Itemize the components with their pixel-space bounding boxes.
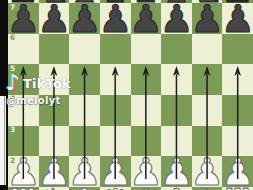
square-h7[interactable]: ♟ [222,3,253,34]
piece-white-p-h2[interactable]: ♟ [221,153,253,190]
square-e7[interactable]: ♟ [131,3,162,34]
square-h2[interactable]: ♟ [222,156,253,187]
square-d4[interactable] [100,95,131,126]
square-d7[interactable]: ♟ [100,3,131,34]
square-b6[interactable] [39,34,70,65]
piece-black-p-b7[interactable]: ♟ [37,0,71,38]
square-f2[interactable]: ♟ [161,156,192,187]
square-g1[interactable]: ♞ [192,187,223,190]
square-f1[interactable]: ♝ [161,187,192,190]
square-e4[interactable] [131,95,162,126]
square-d1[interactable]: ♛ [100,187,131,190]
square-c3[interactable] [69,126,100,157]
square-c5[interactable] [69,64,100,95]
square-e1[interactable]: ♚ [131,187,162,190]
piece-black-p-g7[interactable]: ♟ [190,0,224,38]
piece-black-p-c7[interactable]: ♟ [68,0,102,38]
square-a3[interactable]: 3 [8,126,39,157]
square-b3[interactable] [39,126,70,157]
square-f4[interactable] [161,95,192,126]
square-g7[interactable]: ♟ [192,3,223,34]
piece-black-p-d7[interactable]: ♟ [98,0,132,38]
square-f5[interactable] [161,64,192,95]
square-b2[interactable]: ♟ [39,156,70,187]
piece-black-p-e7[interactable]: ♟ [129,0,163,38]
piece-black-p-h7[interactable]: ♟ [221,0,253,38]
square-h6[interactable] [222,34,253,65]
square-a1[interactable]: ♜ [8,187,39,190]
square-c1[interactable]: ♝ [69,187,100,190]
piece-black-p-f7[interactable]: ♟ [159,0,193,38]
square-f6[interactable] [161,34,192,65]
square-g2[interactable]: ♟ [192,156,223,187]
square-e2[interactable]: ♟ [131,156,162,187]
tiktok-watermark: ♪ TikTok @melolyt [6,72,71,106]
piece-white-p-f2[interactable]: ♟ [159,153,193,190]
square-a2[interactable]: 2♟ [8,156,39,187]
square-b1[interactable]: ♞ [39,187,70,190]
square-d6[interactable] [100,34,131,65]
square-g5[interactable] [192,64,223,95]
piece-white-p-b2[interactable]: ♟ [37,153,71,190]
piece-white-p-g2[interactable]: ♟ [190,153,224,190]
square-g3[interactable] [192,126,223,157]
rank-label-6: 6 [10,34,15,42]
square-e5[interactable] [131,64,162,95]
square-c2[interactable]: ♟ [69,156,100,187]
tiktok-note-icon: ♪ [6,72,20,94]
square-h4[interactable] [222,95,253,126]
square-c7[interactable]: ♟ [69,3,100,34]
piece-white-p-c2[interactable]: ♟ [68,153,102,190]
square-e6[interactable] [131,34,162,65]
square-d2[interactable]: ♟ [100,156,131,187]
rank-label-2: 2 [10,157,15,165]
piece-white-p-d2[interactable]: ♟ [98,153,132,190]
tiktok-app-name: TikTok [23,76,71,91]
square-c6[interactable] [69,34,100,65]
square-b7[interactable]: ♟ [39,3,70,34]
square-a7[interactable]: 7♟ [8,3,39,34]
square-h3[interactable] [222,126,253,157]
video-frame: ♜♞♝♛♚♝♞♜7♟♟♟♟♟♟♟♟65432♟♟♟♟♟♟♟♟♜♞♝♛♚♝♞♜ ♪… [0,0,253,190]
rank-label-7: 7 [10,4,15,12]
square-c4[interactable] [69,95,100,126]
square-f7[interactable]: ♟ [161,3,192,34]
square-e3[interactable] [131,126,162,157]
square-g4[interactable] [192,95,223,126]
square-d5[interactable] [100,64,131,95]
rank-label-3: 3 [10,126,15,134]
square-h1[interactable]: ♜ [222,187,253,190]
square-h5[interactable] [222,64,253,95]
piece-white-p-e2[interactable]: ♟ [129,153,163,190]
page-edge-line [4,96,5,185]
square-g6[interactable] [192,34,223,65]
tiktok-username: @melolyt [6,95,71,106]
square-f3[interactable] [161,126,192,157]
square-a6[interactable]: 6 [8,34,39,65]
page-edge-strip [0,96,6,185]
square-d3[interactable] [100,126,131,157]
